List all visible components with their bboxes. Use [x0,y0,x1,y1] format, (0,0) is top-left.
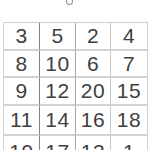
cell-r3c1: 9 [4,78,40,106]
cell-r1c1: 3 [4,23,40,51]
cell-r4c1: 11 [4,106,40,136]
worksheet-page: 3 5 2 4 8 10 6 7 9 12 20 15 11 14 16 18 … [0,0,150,150]
cell-r2c4: 7 [111,51,147,78]
cell-r3c4: 15 [111,78,147,106]
cell-r3c3: 20 [76,78,111,106]
cell-r1c2: 5 [40,23,76,51]
cell-r5c3: 13 [76,136,111,150]
cell-r5c1: 19 [4,136,40,150]
cell-r1c4: 4 [111,23,147,51]
cell-r2c2: 10 [40,51,76,78]
cell-r4c2: 14 [40,106,76,136]
cell-r4c3: 16 [76,106,111,136]
cell-r3c2: 12 [40,78,76,106]
cell-r2c3: 6 [76,51,111,78]
cell-r5c2: 17 [40,136,76,150]
cell-r4c4: 18 [111,106,147,136]
cell-r5c4: 1 [111,136,147,150]
cell-r1c3: 2 [76,23,111,51]
cropped-title-glyph [66,0,73,5]
cell-r2c1: 8 [4,51,40,78]
number-bingo-grid: 3 5 2 4 8 10 6 7 9 12 20 15 11 14 16 18 … [3,22,148,150]
